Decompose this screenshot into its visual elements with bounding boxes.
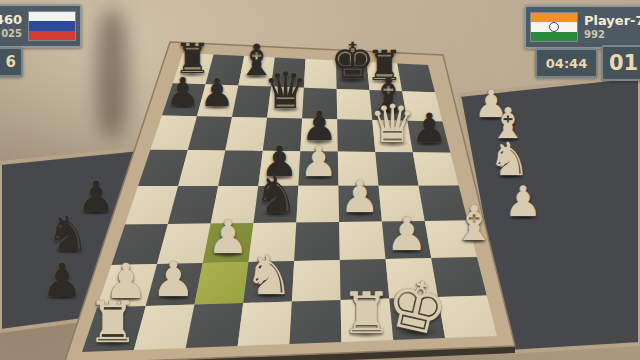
square-c3[interactable]: [203, 223, 254, 263]
clock-move: 01:1: [601, 45, 640, 81]
square-e2[interactable]: [292, 260, 341, 302]
square-d2[interactable]: [243, 261, 294, 303]
ashoka-chakra-icon: [549, 22, 559, 32]
square-d7[interactable]: [267, 87, 304, 119]
square-c2[interactable]: [194, 262, 248, 304]
square-c1[interactable]: [186, 303, 243, 348]
russia-flag-icon: [28, 11, 76, 41]
square-e5[interactable]: [298, 151, 338, 186]
player-left-name: 460: [0, 13, 22, 28]
square-d8[interactable]: [271, 58, 305, 88]
player-right-name: Player-7: [584, 14, 640, 29]
square-g6[interactable]: [372, 120, 413, 152]
square-f8[interactable]: [336, 61, 369, 91]
square-c7[interactable]: [232, 85, 271, 117]
square-g8[interactable]: [367, 62, 402, 91]
square-f1[interactable]: [341, 299, 394, 342]
square-d4[interactable]: [254, 186, 299, 223]
clock-left: 6: [0, 47, 23, 77]
clock-total: 04:44: [535, 48, 598, 78]
square-e7[interactable]: [302, 88, 337, 119]
square-g3[interactable]: [382, 221, 431, 259]
square-e8[interactable]: [304, 59, 337, 89]
square-c6[interactable]: [225, 117, 267, 151]
square-h1[interactable]: [438, 296, 497, 338]
square-g2[interactable]: [386, 258, 438, 299]
square-f5[interactable]: [338, 152, 379, 186]
player-left-rating: 025: [0, 28, 22, 40]
player-box-left: 460 025: [0, 4, 82, 48]
square-g1[interactable]: [389, 297, 445, 340]
square-g4[interactable]: [379, 186, 425, 222]
player-right-rating: 992: [584, 29, 640, 41]
square-f7[interactable]: [337, 89, 373, 120]
square-f3[interactable]: [339, 221, 385, 260]
square-e6[interactable]: [300, 118, 337, 151]
square-e4[interactable]: [296, 186, 339, 223]
square-d5[interactable]: [258, 151, 300, 186]
square-e3[interactable]: [294, 222, 340, 261]
square-c4[interactable]: [211, 186, 259, 224]
player-box-right: Player-7 992: [524, 5, 640, 49]
india-flag-icon: [530, 12, 578, 42]
square-c5[interactable]: [218, 150, 263, 185]
square-f6[interactable]: [337, 119, 375, 152]
square-e1[interactable]: [290, 300, 342, 344]
square-h2[interactable]: [431, 257, 486, 297]
square-f2[interactable]: [340, 259, 389, 300]
square-g5[interactable]: [375, 152, 418, 186]
square-d3[interactable]: [248, 222, 296, 262]
square-d6[interactable]: [263, 118, 302, 151]
square-c8[interactable]: [238, 56, 275, 87]
square-d1[interactable]: [238, 302, 292, 346]
square-f4[interactable]: [338, 186, 381, 222]
square-g7[interactable]: [369, 90, 407, 121]
